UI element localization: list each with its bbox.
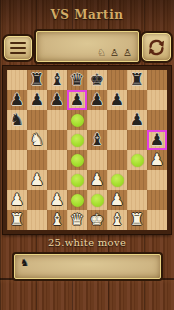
white-rook[interactable]: ♜ xyxy=(130,210,144,230)
square-a2[interactable]: ♟ xyxy=(7,190,27,210)
square-b4[interactable] xyxy=(27,150,47,170)
black-knight[interactable]: ♞ xyxy=(10,110,24,130)
square-b1[interactable] xyxy=(27,210,47,230)
square-f7[interactable]: ♟ xyxy=(107,90,127,110)
square-d7[interactable]: ♟ xyxy=(67,90,87,110)
black-king[interactable]: ♚ xyxy=(90,70,104,90)
square-h7[interactable] xyxy=(147,90,167,110)
rotate-icon xyxy=(147,38,166,57)
square-e2[interactable] xyxy=(87,190,107,210)
square-g4[interactable] xyxy=(127,150,147,170)
move-indicator: 25.white move xyxy=(0,237,174,248)
black-pawn[interactable]: ♟ xyxy=(10,90,24,110)
square-g8[interactable]: ♜ xyxy=(127,70,147,90)
black-queen[interactable]: ♛ xyxy=(70,70,84,90)
board-frame: ♜♝♛♚♜♟♟♟♟♟♟♞♟♞♝♟♟♟♟♟♟♟♜♝♛♚♝♜ xyxy=(3,66,171,234)
square-f1[interactable]: ♝ xyxy=(107,210,127,230)
square-h8[interactable] xyxy=(147,70,167,90)
black-rook[interactable]: ♜ xyxy=(130,70,144,90)
legal-move-dot[interactable] xyxy=(71,174,84,187)
white-pawn[interactable]: ♟ xyxy=(50,190,64,210)
legal-move-dot[interactable] xyxy=(71,154,84,167)
black-pawn[interactable]: ♟ xyxy=(110,90,124,110)
legal-move-dot[interactable] xyxy=(71,194,84,207)
square-b3[interactable]: ♟ xyxy=(27,170,47,190)
square-h3[interactable] xyxy=(147,170,167,190)
square-c6[interactable] xyxy=(47,110,67,130)
square-a3[interactable] xyxy=(7,170,27,190)
square-d2[interactable] xyxy=(67,190,87,210)
captured-black-knight: ♞ xyxy=(20,258,29,268)
square-e6[interactable] xyxy=(87,110,107,130)
square-c2[interactable]: ♟ xyxy=(47,190,67,210)
black-pawn[interactable]: ♟ xyxy=(130,110,144,130)
white-pawn[interactable]: ♟ xyxy=(10,190,24,210)
square-b5[interactable]: ♞ xyxy=(27,130,47,150)
white-king[interactable]: ♚ xyxy=(90,210,104,230)
square-b6[interactable] xyxy=(27,110,47,130)
square-h2[interactable] xyxy=(147,190,167,210)
square-d5[interactable] xyxy=(67,130,87,150)
black-pawn[interactable]: ♟ xyxy=(50,90,64,110)
square-h1[interactable] xyxy=(147,210,167,230)
square-g7[interactable] xyxy=(127,90,147,110)
captured-white-pieces-tray: ♘ ♙ ♙ xyxy=(36,31,139,62)
square-c4[interactable] xyxy=(47,150,67,170)
square-e4[interactable] xyxy=(87,150,107,170)
square-e1[interactable]: ♚ xyxy=(87,210,107,230)
square-f6[interactable] xyxy=(107,110,127,130)
square-e7[interactable]: ♟ xyxy=(87,90,107,110)
square-e5[interactable]: ♝ xyxy=(87,130,107,150)
white-pawn[interactable]: ♟ xyxy=(110,190,124,210)
square-f8[interactable] xyxy=(107,70,127,90)
square-g1[interactable]: ♜ xyxy=(127,210,147,230)
legal-move-dot[interactable] xyxy=(111,174,124,187)
square-f2[interactable]: ♟ xyxy=(107,190,127,210)
legal-move-dot[interactable] xyxy=(71,114,84,127)
square-b8[interactable]: ♜ xyxy=(27,70,47,90)
white-queen[interactable]: ♛ xyxy=(70,210,84,230)
square-a1[interactable]: ♜ xyxy=(7,210,27,230)
captured-white-knight: ♘ xyxy=(97,48,106,58)
square-g5[interactable] xyxy=(127,130,147,150)
square-h5[interactable]: ♟ xyxy=(147,130,167,150)
square-c3[interactable] xyxy=(47,170,67,190)
square-g3[interactable] xyxy=(127,170,147,190)
legal-move-dot[interactable] xyxy=(91,194,104,207)
white-pawn[interactable]: ♟ xyxy=(30,170,44,190)
square-h6[interactable] xyxy=(147,110,167,130)
square-a7[interactable]: ♟ xyxy=(7,90,27,110)
square-f3[interactable] xyxy=(107,170,127,190)
flip-board-button[interactable] xyxy=(142,33,171,61)
black-bishop[interactable]: ♝ xyxy=(90,130,104,150)
square-c8[interactable]: ♝ xyxy=(47,70,67,90)
square-a5[interactable] xyxy=(7,130,27,150)
chess-board[interactable]: ♜♝♛♚♜♟♟♟♟♟♟♞♟♞♝♟♟♟♟♟♟♟♜♝♛♚♝♜ xyxy=(7,70,167,230)
captured-white-pawn: ♙ xyxy=(123,48,132,58)
white-bishop[interactable]: ♝ xyxy=(110,210,124,230)
legal-move-dot[interactable] xyxy=(131,154,144,167)
square-f5[interactable] xyxy=(107,130,127,150)
white-pawn[interactable]: ♟ xyxy=(90,170,104,190)
black-pawn[interactable]: ♟ xyxy=(90,90,104,110)
black-bishop[interactable]: ♝ xyxy=(50,70,64,90)
square-c1[interactable]: ♝ xyxy=(47,210,67,230)
square-g6[interactable]: ♟ xyxy=(127,110,147,130)
square-a4[interactable] xyxy=(7,150,27,170)
square-c5[interactable] xyxy=(47,130,67,150)
captured-black-pieces-tray: ♞ xyxy=(14,254,161,279)
square-d8[interactable]: ♛ xyxy=(67,70,87,90)
white-pawn[interactable]: ♟ xyxy=(150,150,164,170)
black-pawn[interactable]: ♟ xyxy=(70,90,84,110)
square-d4[interactable] xyxy=(67,150,87,170)
square-h4[interactable]: ♟ xyxy=(147,150,167,170)
menu-button[interactable] xyxy=(4,36,32,60)
opponent-title: VS Martin xyxy=(0,8,174,22)
square-b2[interactable] xyxy=(27,190,47,210)
legal-move-dot[interactable] xyxy=(71,134,84,147)
app-root: VS Martin ♘ ♙ ♙ ♜♝♛♚♜♟♟♟♟♟♟♞♟♞♝♟♟♟♟♟♟♟♜♝… xyxy=(0,0,174,310)
square-d6[interactable] xyxy=(67,110,87,130)
square-e8[interactable]: ♚ xyxy=(87,70,107,90)
square-a6[interactable]: ♞ xyxy=(7,110,27,130)
white-bishop[interactable]: ♝ xyxy=(50,210,64,230)
square-e3[interactable]: ♟ xyxy=(87,170,107,190)
square-g2[interactable] xyxy=(127,190,147,210)
captured-white-pawn: ♙ xyxy=(110,48,119,58)
black-rook[interactable]: ♜ xyxy=(30,70,44,90)
square-f4[interactable] xyxy=(107,150,127,170)
square-d1[interactable]: ♛ xyxy=(67,210,87,230)
square-c7[interactable]: ♟ xyxy=(47,90,67,110)
hamburger-icon xyxy=(10,42,26,54)
square-a8[interactable] xyxy=(7,70,27,90)
white-rook[interactable]: ♜ xyxy=(10,210,24,230)
square-d3[interactable] xyxy=(67,170,87,190)
black-pawn[interactable]: ♟ xyxy=(30,90,44,110)
black-pawn[interactable]: ♟ xyxy=(150,130,164,150)
square-b7[interactable]: ♟ xyxy=(27,90,47,110)
white-knight[interactable]: ♞ xyxy=(30,130,44,150)
